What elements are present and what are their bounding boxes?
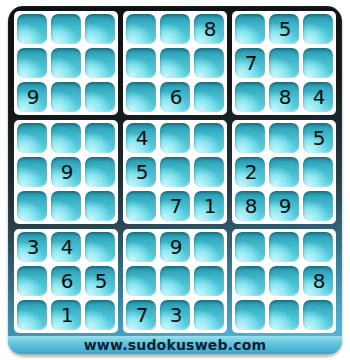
cell-r3c3[interactable] <box>85 82 115 112</box>
cell-r4c9[interactable]: 5 <box>303 123 333 153</box>
cell-r8c1[interactable] <box>17 266 47 296</box>
cell-r2c6[interactable] <box>194 48 224 78</box>
cell-r4c8[interactable] <box>269 123 299 153</box>
cell-r2c3[interactable] <box>85 48 115 78</box>
cell-r6c5[interactable]: 7 <box>160 191 190 221</box>
cell-r7c3[interactable] <box>85 232 115 262</box>
cell-r3c8[interactable]: 8 <box>269 82 299 112</box>
cell-r4c1[interactable] <box>17 123 47 153</box>
cell-r9c2[interactable]: 1 <box>51 300 81 330</box>
cell-r2c9[interactable] <box>303 48 333 78</box>
cell-r3c9[interactable]: 4 <box>303 82 333 112</box>
box-6: 5289 <box>232 120 336 224</box>
cell-r8c4[interactable] <box>126 266 156 296</box>
cell-r7c1[interactable]: 3 <box>17 232 47 262</box>
cell-r9c4[interactable]: 7 <box>126 300 156 330</box>
cell-r8c3[interactable]: 5 <box>85 266 115 296</box>
cell-r2c2[interactable] <box>51 48 81 78</box>
cell-r3c4[interactable] <box>126 82 156 112</box>
cell-r2c1[interactable] <box>17 48 47 78</box>
cell-r6c1[interactable] <box>17 191 47 221</box>
cell-r7c4[interactable] <box>126 232 156 262</box>
cell-r7c6[interactable] <box>194 232 224 262</box>
box-5: 4571 <box>123 120 227 224</box>
cell-r3c6[interactable] <box>194 82 224 112</box>
board: 9865784945715289346519738 <box>14 11 336 333</box>
site-url[interactable]: www.sudokusweb.com <box>84 337 267 353</box>
cell-r9c5[interactable]: 3 <box>160 300 190 330</box>
cell-r6c4[interactable] <box>126 191 156 221</box>
cell-r9c3[interactable] <box>85 300 115 330</box>
cell-r1c6[interactable]: 8 <box>194 14 224 44</box>
cell-r2c4[interactable] <box>126 48 156 78</box>
cell-r5c5[interactable] <box>160 157 190 187</box>
cell-r4c5[interactable] <box>160 123 190 153</box>
cell-r6c6[interactable]: 1 <box>194 191 224 221</box>
cell-r1c2[interactable] <box>51 14 81 44</box>
cell-r4c3[interactable] <box>85 123 115 153</box>
cell-r9c7[interactable] <box>235 300 265 330</box>
cell-r1c9[interactable] <box>303 14 333 44</box>
cell-r2c8[interactable] <box>269 48 299 78</box>
box-8: 973 <box>123 229 227 333</box>
cell-r3c5[interactable]: 6 <box>160 82 190 112</box>
box-1: 9 <box>14 11 118 115</box>
cell-r9c1[interactable] <box>17 300 47 330</box>
box-2: 86 <box>123 11 227 115</box>
cell-r5c6[interactable] <box>194 157 224 187</box>
cell-r8c2[interactable]: 6 <box>51 266 81 296</box>
cell-r9c6[interactable] <box>194 300 224 330</box>
cell-r4c2[interactable] <box>51 123 81 153</box>
cell-r7c7[interactable] <box>235 232 265 262</box>
cell-r1c7[interactable] <box>235 14 265 44</box>
cell-r5c3[interactable] <box>85 157 115 187</box>
board-frame: 9865784945715289346519738 www.sudokusweb… <box>8 6 342 354</box>
cell-r5c7[interactable]: 2 <box>235 157 265 187</box>
cell-r7c2[interactable]: 4 <box>51 232 81 262</box>
cell-r6c2[interactable] <box>51 191 81 221</box>
cell-r9c8[interactable] <box>269 300 299 330</box>
cell-r1c1[interactable] <box>17 14 47 44</box>
cell-r4c6[interactable] <box>194 123 224 153</box>
box-7: 34651 <box>14 229 118 333</box>
cell-r4c4[interactable]: 4 <box>126 123 156 153</box>
cell-r2c7[interactable]: 7 <box>235 48 265 78</box>
cell-r5c4[interactable]: 5 <box>126 157 156 187</box>
cell-r7c8[interactable] <box>269 232 299 262</box>
box-9: 8 <box>232 229 336 333</box>
cell-r8c8[interactable] <box>269 266 299 296</box>
cell-r8c9[interactable]: 8 <box>303 266 333 296</box>
cell-r6c9[interactable] <box>303 191 333 221</box>
cell-r4c7[interactable] <box>235 123 265 153</box>
cell-r1c4[interactable] <box>126 14 156 44</box>
cell-r6c8[interactable]: 9 <box>269 191 299 221</box>
cell-r3c2[interactable] <box>51 82 81 112</box>
cell-r7c9[interactable] <box>303 232 333 262</box>
cell-r5c2[interactable]: 9 <box>51 157 81 187</box>
cell-r3c7[interactable] <box>235 82 265 112</box>
cell-r2c5[interactable] <box>160 48 190 78</box>
cell-r3c1[interactable]: 9 <box>17 82 47 112</box>
cell-r7c5[interactable]: 9 <box>160 232 190 262</box>
cell-r6c3[interactable] <box>85 191 115 221</box>
cell-r1c3[interactable] <box>85 14 115 44</box>
cell-r9c9[interactable] <box>303 300 333 330</box>
cell-r8c6[interactable] <box>194 266 224 296</box>
sudoku-page: 9865784945715289346519738 www.sudokusweb… <box>0 0 350 360</box>
cell-r8c5[interactable] <box>160 266 190 296</box>
box-4: 9 <box>14 120 118 224</box>
cell-r8c7[interactable] <box>235 266 265 296</box>
footer-bar: www.sudokusweb.com <box>8 336 342 354</box>
cell-r5c9[interactable] <box>303 157 333 187</box>
box-3: 5784 <box>232 11 336 115</box>
cell-r1c8[interactable]: 5 <box>269 14 299 44</box>
cell-r6c7[interactable]: 8 <box>235 191 265 221</box>
cell-r1c5[interactable] <box>160 14 190 44</box>
cell-r5c1[interactable] <box>17 157 47 187</box>
cell-r5c8[interactable] <box>269 157 299 187</box>
